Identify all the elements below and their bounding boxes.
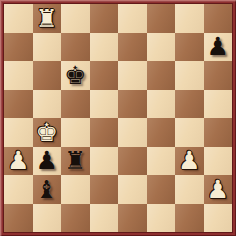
square-d4[interactable] <box>90 118 119 147</box>
square-c5[interactable] <box>61 90 90 119</box>
square-b4[interactable]: ♚ <box>33 118 62 147</box>
white-pawn-piece[interactable]: ♟ <box>7 148 29 173</box>
square-f8[interactable] <box>147 4 176 33</box>
square-d1[interactable] <box>90 204 119 233</box>
square-c3[interactable]: ♜ <box>61 147 90 176</box>
square-h1[interactable] <box>204 204 233 233</box>
white-rook-piece[interactable]: ♜ <box>36 6 58 31</box>
square-h2[interactable]: ♟ <box>204 175 233 204</box>
square-a7[interactable] <box>4 33 33 62</box>
square-g4[interactable] <box>175 118 204 147</box>
square-f3[interactable] <box>147 147 176 176</box>
square-e2[interactable] <box>118 175 147 204</box>
black-rook-piece[interactable]: ♜ <box>64 148 86 173</box>
white-king-piece[interactable]: ♚ <box>36 120 58 145</box>
square-a6[interactable] <box>4 61 33 90</box>
square-c8[interactable] <box>61 4 90 33</box>
square-a3[interactable]: ♟ <box>4 147 33 176</box>
square-h5[interactable] <box>204 90 233 119</box>
chess-board: ♜♟♚♚♟♟♜♟♝♟ <box>4 4 232 232</box>
square-b1[interactable] <box>33 204 62 233</box>
square-f2[interactable] <box>147 175 176 204</box>
square-e8[interactable] <box>118 4 147 33</box>
square-d8[interactable] <box>90 4 119 33</box>
square-g1[interactable] <box>175 204 204 233</box>
black-bishop-piece[interactable]: ♝ <box>36 177 58 202</box>
board-frame: ♜♟♚♚♟♟♜♟♝♟ <box>0 0 236 236</box>
square-h4[interactable] <box>204 118 233 147</box>
square-a2[interactable] <box>4 175 33 204</box>
square-c6[interactable]: ♚ <box>61 61 90 90</box>
square-g3[interactable]: ♟ <box>175 147 204 176</box>
square-f4[interactable] <box>147 118 176 147</box>
square-c1[interactable] <box>61 204 90 233</box>
square-d7[interactable] <box>90 33 119 62</box>
white-pawn-piece[interactable]: ♟ <box>178 148 200 173</box>
square-g5[interactable] <box>175 90 204 119</box>
square-c2[interactable] <box>61 175 90 204</box>
square-e7[interactable] <box>118 33 147 62</box>
square-a1[interactable] <box>4 204 33 233</box>
square-d5[interactable] <box>90 90 119 119</box>
square-h8[interactable] <box>204 4 233 33</box>
square-g6[interactable] <box>175 61 204 90</box>
square-g7[interactable] <box>175 33 204 62</box>
square-f7[interactable] <box>147 33 176 62</box>
white-pawn-piece[interactable]: ♟ <box>207 177 229 202</box>
square-b8[interactable]: ♜ <box>33 4 62 33</box>
square-g2[interactable] <box>175 175 204 204</box>
square-h3[interactable] <box>204 147 233 176</box>
square-c4[interactable] <box>61 118 90 147</box>
square-g8[interactable] <box>175 4 204 33</box>
square-e3[interactable] <box>118 147 147 176</box>
square-b3[interactable]: ♟ <box>33 147 62 176</box>
square-e6[interactable] <box>118 61 147 90</box>
square-b7[interactable] <box>33 33 62 62</box>
square-b2[interactable]: ♝ <box>33 175 62 204</box>
black-pawn-piece[interactable]: ♟ <box>207 34 229 59</box>
square-e4[interactable] <box>118 118 147 147</box>
black-king-piece[interactable]: ♚ <box>64 63 86 88</box>
square-c7[interactable] <box>61 33 90 62</box>
square-f6[interactable] <box>147 61 176 90</box>
square-h6[interactable] <box>204 61 233 90</box>
square-f1[interactable] <box>147 204 176 233</box>
square-d6[interactable] <box>90 61 119 90</box>
square-e1[interactable] <box>118 204 147 233</box>
black-pawn-piece[interactable]: ♟ <box>36 148 58 173</box>
square-d3[interactable] <box>90 147 119 176</box>
square-h7[interactable]: ♟ <box>204 33 233 62</box>
square-b6[interactable] <box>33 61 62 90</box>
square-a5[interactable] <box>4 90 33 119</box>
square-f5[interactable] <box>147 90 176 119</box>
square-e5[interactable] <box>118 90 147 119</box>
square-a4[interactable] <box>4 118 33 147</box>
square-b5[interactable] <box>33 90 62 119</box>
square-d2[interactable] <box>90 175 119 204</box>
square-a8[interactable] <box>4 4 33 33</box>
